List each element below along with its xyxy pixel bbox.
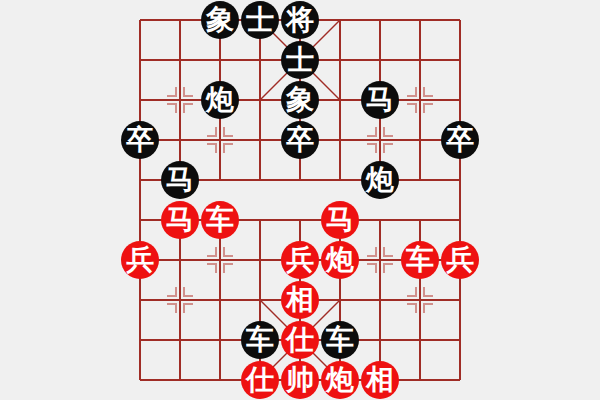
point-marker-corner: [207, 247, 217, 257]
point-marker-corner: [167, 87, 177, 97]
piece-red-chariot[interactable]: 车: [401, 241, 439, 279]
piece-black-advisor[interactable]: 士: [281, 41, 319, 79]
point-marker-corner: [423, 287, 433, 297]
point-marker-corner: [407, 103, 417, 113]
piece-red-soldier[interactable]: 兵: [121, 241, 159, 279]
point-marker-corner: [183, 287, 193, 297]
piece-black-chariot[interactable]: 车: [241, 321, 279, 359]
piece-red-soldier[interactable]: 兵: [281, 241, 319, 279]
piece-black-chariot[interactable]: 车: [321, 321, 359, 359]
point-marker-corner: [367, 247, 377, 257]
piece-red-cannon[interactable]: 炮: [321, 361, 359, 399]
point-marker-corner: [183, 103, 193, 113]
point-marker-corner: [407, 303, 417, 313]
point-marker-corner: [367, 127, 377, 137]
piece-black-general[interactable]: 将: [281, 1, 319, 39]
xiangqi-app-screen: 象士将士炮象马卒卒卒马炮马车马兵兵炮车兵相车仕车仕帅炮相: [0, 0, 600, 400]
point-marker-corner: [383, 143, 393, 153]
point-marker-corner: [367, 143, 377, 153]
point-marker-corner: [223, 143, 233, 153]
point-marker-corner: [223, 127, 233, 137]
piece-red-horse[interactable]: 马: [321, 201, 359, 239]
point-marker-corner: [207, 263, 217, 273]
piece-red-elephant[interactable]: 相: [281, 281, 319, 319]
point-marker-corner: [207, 143, 217, 153]
point-marker-corner: [423, 303, 433, 313]
piece-black-elephant[interactable]: 象: [281, 81, 319, 119]
piece-black-soldier[interactable]: 卒: [441, 121, 479, 159]
piece-red-advisor[interactable]: 仕: [241, 361, 279, 399]
point-marker-corner: [207, 127, 217, 137]
point-marker-corner: [383, 263, 393, 273]
piece-black-cannon[interactable]: 炮: [361, 161, 399, 199]
point-marker-corner: [167, 287, 177, 297]
piece-black-cannon[interactable]: 炮: [201, 81, 239, 119]
piece-black-horse[interactable]: 马: [161, 161, 199, 199]
point-marker-corner: [223, 263, 233, 273]
point-marker-corner: [423, 87, 433, 97]
piece-red-horse[interactable]: 马: [161, 201, 199, 239]
point-marker-corner: [407, 287, 417, 297]
piece-red-advisor[interactable]: 仕: [281, 321, 319, 359]
piece-red-chariot[interactable]: 车: [201, 201, 239, 239]
piece-red-general[interactable]: 帅: [281, 361, 319, 399]
xiangqi-board: 象士将士炮象马卒卒卒马炮马车马兵兵炮车兵相车仕车仕帅炮相: [140, 20, 460, 380]
point-marker-corner: [423, 103, 433, 113]
piece-black-soldier[interactable]: 卒: [281, 121, 319, 159]
piece-black-advisor[interactable]: 士: [241, 1, 279, 39]
point-marker-corner: [183, 303, 193, 313]
piece-black-soldier[interactable]: 卒: [121, 121, 159, 159]
point-marker-corner: [367, 263, 377, 273]
point-marker-corner: [223, 247, 233, 257]
point-marker-corner: [167, 103, 177, 113]
point-marker-corner: [183, 87, 193, 97]
point-marker-corner: [383, 127, 393, 137]
point-marker-corner: [167, 303, 177, 313]
piece-red-cannon[interactable]: 炮: [321, 241, 359, 279]
piece-black-elephant[interactable]: 象: [201, 1, 239, 39]
piece-red-elephant[interactable]: 相: [361, 361, 399, 399]
point-marker-corner: [407, 87, 417, 97]
piece-black-horse[interactable]: 马: [361, 81, 399, 119]
piece-red-soldier[interactable]: 兵: [441, 241, 479, 279]
point-marker-corner: [383, 247, 393, 257]
